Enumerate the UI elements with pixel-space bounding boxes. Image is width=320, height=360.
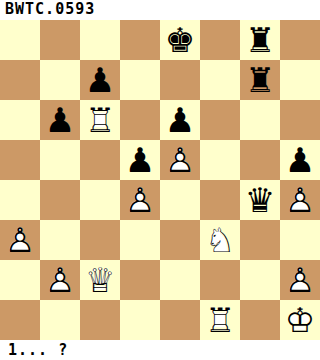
square-g5[interactable]	[240, 140, 280, 180]
square-c8[interactable]	[80, 20, 120, 60]
square-d4[interactable]: ♟♙	[120, 180, 160, 220]
black-queen-piece: ♛	[240, 180, 280, 220]
square-h4[interactable]: ♟♙	[280, 180, 320, 220]
white-queen-piece: ♛♕	[80, 260, 120, 300]
square-f3[interactable]: ♞♘	[200, 220, 240, 260]
black-pawn-piece: ♟	[120, 140, 160, 180]
square-b6[interactable]: ♟	[40, 100, 80, 140]
square-e4[interactable]	[160, 180, 200, 220]
square-c4[interactable]	[80, 180, 120, 220]
square-e2[interactable]	[160, 260, 200, 300]
square-g2[interactable]	[240, 260, 280, 300]
black-pawn-piece: ♟	[40, 100, 80, 140]
square-b1[interactable]	[40, 300, 80, 340]
square-f5[interactable]	[200, 140, 240, 180]
square-a1[interactable]	[0, 300, 40, 340]
puzzle-title: BWTC.0593	[0, 0, 320, 20]
square-f7[interactable]	[200, 60, 240, 100]
square-c2[interactable]: ♛♕	[80, 260, 120, 300]
square-h1[interactable]: ♚♔	[280, 300, 320, 340]
square-d1[interactable]	[120, 300, 160, 340]
white-pawn-piece: ♟♙	[0, 220, 40, 260]
square-e8[interactable]: ♚	[160, 20, 200, 60]
square-e1[interactable]	[160, 300, 200, 340]
white-rook-piece: ♜♖	[200, 300, 240, 340]
square-g7[interactable]: ♜	[240, 60, 280, 100]
square-a6[interactable]	[0, 100, 40, 140]
square-c3[interactable]	[80, 220, 120, 260]
square-c1[interactable]	[80, 300, 120, 340]
chess-board: ♚♜♟♜♟♜♖♟♟♟♙♟♟♙♛♟♙♟♙♞♘♟♙♛♕♟♙♜♖♚♔	[0, 20, 320, 340]
square-f2[interactable]	[200, 260, 240, 300]
square-b2[interactable]: ♟♙	[40, 260, 80, 300]
white-knight-piece: ♞♘	[200, 220, 240, 260]
square-b5[interactable]	[40, 140, 80, 180]
square-d7[interactable]	[120, 60, 160, 100]
square-e5[interactable]: ♟♙	[160, 140, 200, 180]
black-pawn-piece: ♟	[160, 100, 200, 140]
white-pawn-piece: ♟♙	[120, 180, 160, 220]
square-a8[interactable]	[0, 20, 40, 60]
square-d5[interactable]: ♟	[120, 140, 160, 180]
square-g4[interactable]: ♛	[240, 180, 280, 220]
white-pawn-piece: ♟♙	[160, 140, 200, 180]
square-h8[interactable]	[280, 20, 320, 60]
move-prompt: 1... ?	[0, 340, 320, 360]
black-king-piece: ♚	[160, 20, 200, 60]
square-g3[interactable]	[240, 220, 280, 260]
square-g1[interactable]	[240, 300, 280, 340]
white-pawn-piece: ♟♙	[280, 180, 320, 220]
square-e7[interactable]	[160, 60, 200, 100]
square-e3[interactable]	[160, 220, 200, 260]
white-pawn-piece: ♟♙	[280, 260, 320, 300]
square-a2[interactable]	[0, 260, 40, 300]
white-rook-piece: ♜♖	[80, 100, 120, 140]
white-king-piece: ♚♔	[280, 300, 320, 340]
square-h6[interactable]	[280, 100, 320, 140]
square-f8[interactable]	[200, 20, 240, 60]
square-f6[interactable]	[200, 100, 240, 140]
square-h2[interactable]: ♟♙	[280, 260, 320, 300]
square-b8[interactable]	[40, 20, 80, 60]
square-d3[interactable]	[120, 220, 160, 260]
square-e6[interactable]: ♟	[160, 100, 200, 140]
square-a4[interactable]	[0, 180, 40, 220]
square-a7[interactable]	[0, 60, 40, 100]
square-d6[interactable]	[120, 100, 160, 140]
black-pawn-piece: ♟	[280, 140, 320, 180]
square-g8[interactable]: ♜	[240, 20, 280, 60]
square-f1[interactable]: ♜♖	[200, 300, 240, 340]
square-f4[interactable]	[200, 180, 240, 220]
square-c7[interactable]: ♟	[80, 60, 120, 100]
square-c6[interactable]: ♜♖	[80, 100, 120, 140]
square-b4[interactable]	[40, 180, 80, 220]
square-g6[interactable]	[240, 100, 280, 140]
square-a3[interactable]: ♟♙	[0, 220, 40, 260]
square-d8[interactable]	[120, 20, 160, 60]
square-a5[interactable]	[0, 140, 40, 180]
black-rook-piece: ♜	[240, 20, 280, 60]
white-pawn-piece: ♟♙	[40, 260, 80, 300]
square-h3[interactable]	[280, 220, 320, 260]
square-d2[interactable]	[120, 260, 160, 300]
square-b3[interactable]	[40, 220, 80, 260]
square-c5[interactable]	[80, 140, 120, 180]
square-h5[interactable]: ♟	[280, 140, 320, 180]
black-rook-piece: ♜	[240, 60, 280, 100]
square-h7[interactable]	[280, 60, 320, 100]
black-pawn-piece: ♟	[80, 60, 120, 100]
square-b7[interactable]	[40, 60, 80, 100]
